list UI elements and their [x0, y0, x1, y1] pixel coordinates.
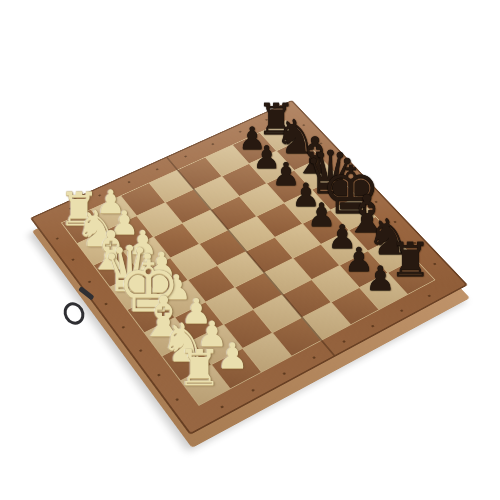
nail-dot — [413, 241, 417, 244]
nail-dot — [433, 263, 437, 266]
metal-clasp — [62, 290, 102, 330]
nail-dot — [155, 168, 158, 171]
nail-dot — [320, 142, 323, 144]
nail-dot — [238, 130, 241, 132]
nail-dot — [282, 372, 286, 375]
chess-board — [30, 100, 468, 435]
board-squares — [61, 120, 436, 406]
nail-dot — [176, 398, 180, 401]
nail-dot — [302, 124, 305, 126]
nail-dot — [68, 207, 72, 210]
nail-dot — [72, 258, 76, 261]
nail-dot — [338, 161, 341, 163]
nail-dot — [220, 405, 224, 408]
nail-dot — [56, 237, 60, 240]
nail-dot — [211, 143, 214, 145]
nail-dot — [157, 373, 161, 376]
nail-dot — [342, 340, 346, 343]
nail-dot — [184, 155, 187, 157]
nail-dot — [394, 221, 398, 224]
nail-dot — [427, 294, 431, 297]
nail-dot — [312, 356, 316, 359]
nail-dot — [251, 388, 255, 391]
nail-dot — [265, 118, 268, 120]
chess-set-product-photo[interactable]: ♜♞♝♛♚♝♞♜♟♟♟♟♟♟♟♟♟♟♟♟♟♟♟♟♜♞♝♛♚♝♞♜ — [0, 0, 500, 500]
nail-dot — [105, 302, 109, 305]
nail-dot — [127, 181, 130, 184]
clasp-ring — [60, 299, 89, 329]
nail-dot — [371, 324, 375, 327]
nail-dot — [88, 280, 92, 283]
nail-dot — [98, 194, 102, 197]
nail-dot — [375, 200, 379, 203]
nail-dot — [399, 309, 403, 312]
nail-dot — [139, 349, 143, 352]
nail-dot — [356, 180, 360, 183]
nail-dot — [122, 325, 126, 328]
